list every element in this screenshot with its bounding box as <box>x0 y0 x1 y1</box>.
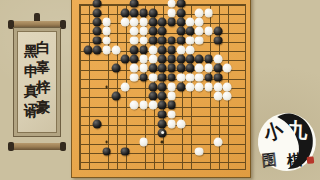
black-stone <box>204 73 213 82</box>
white-stone <box>139 55 148 64</box>
black-stone <box>93 36 102 45</box>
black-stone <box>186 27 195 36</box>
black-stone <box>158 119 167 128</box>
black-stone <box>158 55 167 64</box>
black-stone <box>139 73 148 82</box>
black-stone <box>121 55 130 64</box>
scroll-char: 真 <box>24 82 38 102</box>
white-stone <box>195 73 204 82</box>
white-stone <box>167 110 176 119</box>
star-point <box>161 141 164 144</box>
black-stone <box>149 36 158 45</box>
white-stone <box>102 27 111 36</box>
scroll-rod-bottom <box>10 143 64 150</box>
logo-char-jiu: 九 <box>286 117 308 142</box>
black-stone <box>167 36 176 45</box>
black-stone <box>158 45 167 54</box>
white-stone <box>167 82 176 91</box>
white-stone <box>213 82 222 91</box>
black-stone <box>204 55 213 64</box>
white-stone <box>167 0 176 8</box>
black-stone <box>176 0 185 8</box>
black-stone <box>149 18 158 27</box>
white-stone <box>176 73 185 82</box>
white-stone <box>204 64 213 73</box>
black-stone <box>158 82 167 91</box>
go-board <box>71 0 251 178</box>
white-stone <box>130 101 139 110</box>
black-stone <box>93 18 102 27</box>
white-stone <box>223 64 232 73</box>
white-stone <box>130 64 139 73</box>
scroll-panel-inner: 白辜梓豪 黑申真谞 <box>17 31 57 133</box>
white-stone <box>176 119 185 128</box>
black-stone <box>158 73 167 82</box>
rod-cap <box>60 142 66 151</box>
white-stone <box>195 36 204 45</box>
black-stone <box>121 147 130 156</box>
club-logo: 小 九 围 棋 <box>255 110 319 176</box>
black-stone <box>93 27 102 36</box>
black-stone <box>176 55 185 64</box>
white-stone <box>130 73 139 82</box>
black-stone <box>149 82 158 91</box>
black-stone <box>158 101 167 110</box>
black-stone <box>111 64 120 73</box>
black-stone <box>167 64 176 73</box>
black-stone <box>213 64 222 73</box>
white-stone <box>102 18 111 27</box>
white-stone <box>139 101 148 110</box>
black-stone <box>130 8 139 17</box>
black-stone <box>158 36 167 45</box>
black-stone <box>167 73 176 82</box>
black-stone <box>158 110 167 119</box>
black-stone <box>149 64 158 73</box>
white-stone <box>186 82 195 91</box>
white-stone <box>130 36 139 45</box>
black-stone <box>167 18 176 27</box>
last-move-marker <box>161 131 164 134</box>
white-stone <box>139 18 148 27</box>
white-stone <box>195 82 204 91</box>
black-stone <box>149 27 158 36</box>
black-stone <box>139 45 148 54</box>
scroll-char: 谞 <box>24 102 38 122</box>
black-stone <box>139 8 148 17</box>
white-stone <box>213 92 222 101</box>
white-stone <box>195 27 204 36</box>
white-stone <box>167 119 176 128</box>
logo-char-qi: 棋 <box>285 151 303 171</box>
black-stone <box>84 45 93 54</box>
white-stone <box>130 27 139 36</box>
white-stone <box>204 82 213 91</box>
black-stone <box>130 0 139 8</box>
black-stone <box>158 18 167 27</box>
rod-cap <box>8 142 14 151</box>
white-stone <box>176 45 185 54</box>
black-stone <box>93 119 102 128</box>
white-stone <box>149 101 158 110</box>
white-stone <box>149 45 158 54</box>
white-stone <box>186 73 195 82</box>
black-stone <box>130 55 139 64</box>
white-stone <box>195 147 204 156</box>
black-stone <box>158 64 167 73</box>
white-stone <box>111 45 120 54</box>
star-point <box>105 85 108 88</box>
black-stone <box>176 64 185 73</box>
white-stone <box>186 36 195 45</box>
white-stone <box>139 64 148 73</box>
white-stone <box>139 138 148 147</box>
star-point <box>105 141 108 144</box>
white-stone <box>139 36 148 45</box>
black-stone <box>121 8 130 17</box>
scroll-char: 黑 <box>24 42 38 62</box>
white-stone <box>195 64 204 73</box>
black-stone <box>167 45 176 54</box>
black-stone <box>158 27 167 36</box>
black-stone <box>176 18 185 27</box>
black-stone <box>195 55 204 64</box>
white-stone <box>195 18 204 27</box>
white-stone <box>102 36 111 45</box>
scroll-char: 申 <box>24 62 38 82</box>
black-player-column: 黑申真谞 <box>23 42 39 122</box>
black-stone <box>111 92 120 101</box>
white-stone <box>186 45 195 54</box>
white-stone <box>102 45 111 54</box>
white-stone <box>213 55 222 64</box>
black-stone <box>176 36 185 45</box>
white-stone <box>121 82 130 91</box>
black-stone <box>102 147 111 156</box>
black-stone <box>149 8 158 17</box>
black-stone <box>176 8 185 17</box>
white-stone <box>195 8 204 17</box>
black-stone <box>213 27 222 36</box>
black-stone <box>176 27 185 36</box>
white-stone <box>223 92 232 101</box>
black-stone <box>167 101 176 110</box>
black-stone <box>213 73 222 82</box>
white-stone <box>223 82 232 91</box>
black-stone <box>176 82 185 91</box>
black-stone <box>93 0 102 8</box>
logo-char-wei: 围 <box>261 150 278 169</box>
player-scroll: 白辜梓豪 黑申真谞 <box>10 13 64 150</box>
white-stone <box>130 18 139 27</box>
white-stone <box>167 92 176 101</box>
black-stone <box>149 92 158 101</box>
white-stone <box>121 18 130 27</box>
white-stone <box>213 138 222 147</box>
black-stone <box>158 129 167 138</box>
go-diagram: 白辜梓豪 黑申真谞 小 九 围 棋 <box>0 0 320 180</box>
white-stone <box>204 27 213 36</box>
black-stone <box>93 8 102 17</box>
white-stone <box>204 8 213 17</box>
black-stone <box>186 55 195 64</box>
scroll-panel: 白辜梓豪 黑申真谞 <box>13 27 61 137</box>
logo-red-seal <box>307 156 315 164</box>
black-stone <box>186 64 195 73</box>
black-stone <box>213 36 222 45</box>
black-stone <box>158 92 167 101</box>
white-stone <box>149 55 158 64</box>
white-stone <box>186 18 195 27</box>
white-stone <box>167 8 176 17</box>
black-stone <box>93 45 102 54</box>
white-stone <box>139 27 148 36</box>
black-stone <box>167 55 176 64</box>
white-stone <box>149 73 158 82</box>
black-stone <box>130 45 139 54</box>
